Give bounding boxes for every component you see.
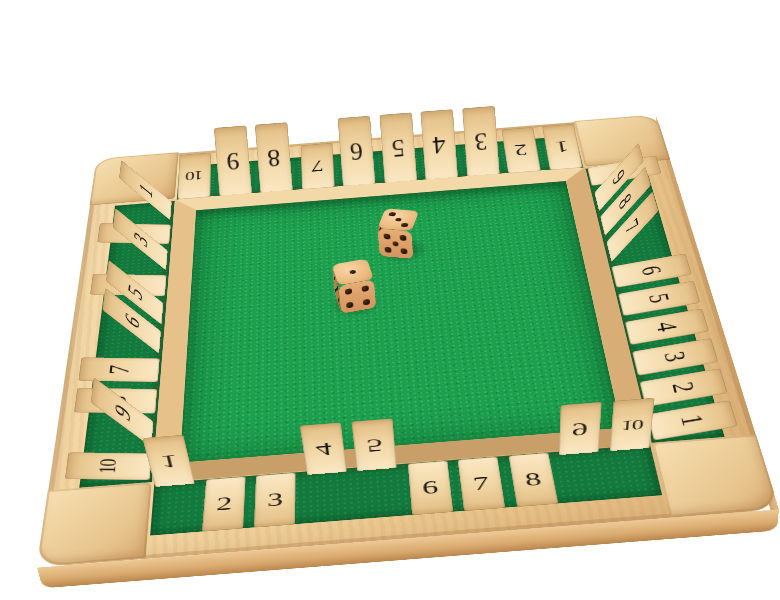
tile-near-9-up[interactable]: 9 xyxy=(559,402,602,456)
tile-far-5-up[interactable]: 5 xyxy=(379,112,417,184)
tile-slot-far-5: 5 xyxy=(380,135,418,183)
tile-number: 8 xyxy=(616,188,635,214)
tile-number: 7 xyxy=(472,473,490,493)
tile-number: 3 xyxy=(659,349,691,363)
tile-number: 10 xyxy=(186,169,203,183)
tile-near-2-down[interactable]: 2 xyxy=(201,476,245,531)
tile-number: 10 xyxy=(620,417,643,433)
tile-slot-near-7: 7 xyxy=(457,456,509,532)
shut-the-box-board: 12345678910 12345678910 12345678910 1234… xyxy=(37,116,779,568)
die-pip xyxy=(400,235,407,241)
tile-far-4-up[interactable]: 4 xyxy=(420,109,458,181)
tile-slot-far-7: 7 xyxy=(300,142,335,190)
tile-number: 6 xyxy=(349,138,364,165)
die-pip xyxy=(384,233,391,239)
tile-number: 9 xyxy=(572,419,589,439)
tile-slot-far-10: 10 xyxy=(177,151,214,199)
die-pip xyxy=(346,302,353,308)
tile-number: 2 xyxy=(514,141,529,158)
tile-near-5-up[interactable]: 5 xyxy=(352,418,398,471)
tile-far-9-up[interactable]: 9 xyxy=(213,125,252,197)
tile-far-10-down[interactable]: 10 xyxy=(178,152,212,199)
tile-number: 4 xyxy=(314,440,332,460)
tile-slot-near-1: 1 xyxy=(148,480,196,557)
tile-number: 6 xyxy=(637,264,667,277)
tile-left-7-down[interactable]: 7 xyxy=(78,357,160,382)
die-pip xyxy=(363,299,370,305)
die-pip xyxy=(401,249,408,255)
tile-number: 1 xyxy=(676,412,709,427)
tile-near-10-up[interactable]: 10 xyxy=(610,398,655,452)
tile-number: 8 xyxy=(267,145,282,172)
tile-far-7-down[interactable]: 7 xyxy=(300,143,334,190)
tile-slot-left-6: 6 xyxy=(67,329,162,360)
tile-slot-near-2: 2 xyxy=(201,476,247,553)
tile-number: 7 xyxy=(104,365,134,375)
tile-slot-near-3: 3 xyxy=(254,472,298,549)
tile-number: 8 xyxy=(523,469,542,489)
product-photo-stage: 12345678910 12345678910 12345678910 1234… xyxy=(0,0,780,600)
corner-block xyxy=(37,482,152,566)
tile-slot-far-2: 2 xyxy=(500,126,543,173)
tile-near-4-up[interactable]: 4 xyxy=(299,422,346,475)
tile-near-8-down[interactable]: 8 xyxy=(508,453,558,507)
tile-number: 4 xyxy=(651,320,682,334)
die-pip xyxy=(401,223,409,227)
tile-slot-near-5: 5 xyxy=(356,464,404,540)
tile-slot-far-4: 4 xyxy=(420,132,460,180)
tile-number: 2 xyxy=(667,380,700,395)
tile-slot-far-3: 3 xyxy=(460,129,501,177)
tile-number: 2 xyxy=(215,493,232,513)
die-1-face-front-5 xyxy=(377,228,413,259)
die-pip xyxy=(392,241,399,247)
tile-far-2-down[interactable]: 2 xyxy=(502,127,542,173)
tile-slot-near-8: 8 xyxy=(507,452,562,528)
tile-number: 10 xyxy=(96,459,121,474)
tile-number: 5 xyxy=(366,435,384,455)
die-pip xyxy=(385,247,392,253)
tile-number: 4 xyxy=(432,132,447,159)
tile-slot-near-6: 6 xyxy=(406,460,456,536)
tile-far-3-up[interactable]: 3 xyxy=(462,106,500,178)
tile-slot-far-8: 8 xyxy=(259,145,294,193)
tile-number: 6 xyxy=(421,477,439,497)
tile-number: 1 xyxy=(554,138,570,155)
tile-near-3-down[interactable]: 3 xyxy=(254,473,296,528)
tile-number: 3 xyxy=(474,128,489,155)
tile-number: 7 xyxy=(311,157,324,174)
tile-slot-far-6: 6 xyxy=(340,138,377,186)
tile-number: 9 xyxy=(225,148,240,175)
tile-number: 3 xyxy=(267,489,283,509)
tile-slot-near-9: 9 xyxy=(558,448,615,524)
tile-slot-left-7: 7 xyxy=(62,358,160,391)
tile-near-7-down[interactable]: 7 xyxy=(458,457,506,512)
tile-number: 1 xyxy=(159,452,179,472)
tile-far-8-up[interactable]: 8 xyxy=(255,122,293,194)
tile-slot-near-4: 4 xyxy=(305,468,350,545)
tile-far-6-up[interactable]: 6 xyxy=(338,116,376,188)
tile-left-10-down[interactable]: 10 xyxy=(65,452,152,480)
tile-slot-far-9: 9 xyxy=(218,148,253,196)
corner-block xyxy=(652,435,779,517)
tile-near-6-down[interactable]: 6 xyxy=(407,461,453,516)
tile-slot-left-9: 9 xyxy=(53,419,155,454)
tile-number: 5 xyxy=(391,135,406,162)
tile-number: 5 xyxy=(644,291,675,305)
